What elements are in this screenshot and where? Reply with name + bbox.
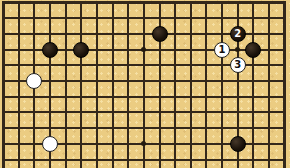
- black-stone: [245, 42, 261, 58]
- move-number-label: 1: [219, 41, 226, 57]
- white-stone-move-3: 3: [230, 57, 246, 73]
- star-point: [141, 47, 146, 52]
- star-point: [141, 141, 146, 146]
- white-stone: [42, 136, 58, 152]
- black-stone: [230, 136, 246, 152]
- white-stone-move-1: 1: [214, 42, 230, 58]
- black-stone: [152, 26, 168, 42]
- grid-line-horizontal: [2, 1, 287, 4]
- go-diagram: 123: [0, 0, 290, 168]
- white-stone: [26, 73, 42, 89]
- grid-line-horizontal: [2, 17, 287, 19]
- star-point: [235, 47, 240, 52]
- grid-line-horizontal: [2, 80, 287, 82]
- grid-line-horizontal: [2, 96, 287, 98]
- grid-line-horizontal: [2, 127, 287, 129]
- go-board[interactable]: 123: [0, 0, 290, 168]
- black-stone: [42, 42, 58, 58]
- black-stone-move-2: 2: [230, 26, 246, 42]
- grid-line-horizontal: [2, 111, 287, 113]
- grid-line-horizontal: [2, 159, 287, 161]
- move-number-label: 3: [234, 57, 241, 73]
- black-stone: [73, 42, 89, 58]
- move-number-label: 2: [234, 25, 241, 41]
